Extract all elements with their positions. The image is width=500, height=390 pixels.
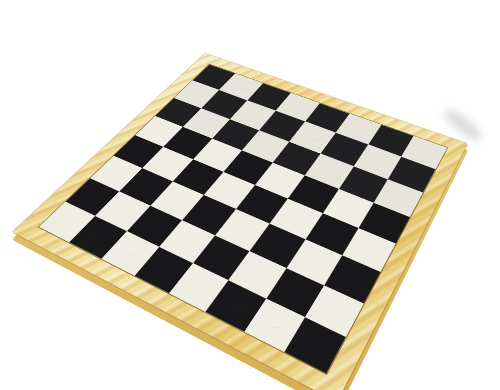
- wooden-frame: ♜♞♝♛♚♝♞♜♟♟♟♟♟♟♟♟♟♟♟♟♟♟♟♟♜♞♝♛♚♝♞♜: [13, 53, 468, 390]
- square-e4: [236, 185, 288, 224]
- perspective-wrapper: ♜♞♝♛♚♝♞♜♟♟♟♟♟♟♟♟♟♟♟♟♟♟♟♟♜♞♝♛♚♝♞♜: [0, 0, 500, 390]
- chess-set-photo: ♜♞♝♛♚♝♞♜♟♟♟♟♟♟♟♟♟♟♟♟♟♟♟♟♜♞♝♛♚♝♞♜: [0, 0, 500, 390]
- board-grid: ♜♞♝♛♚♝♞♜♟♟♟♟♟♟♟♟♟♟♟♟♟♟♟♟♜♞♝♛♚♝♞♜: [38, 64, 449, 375]
